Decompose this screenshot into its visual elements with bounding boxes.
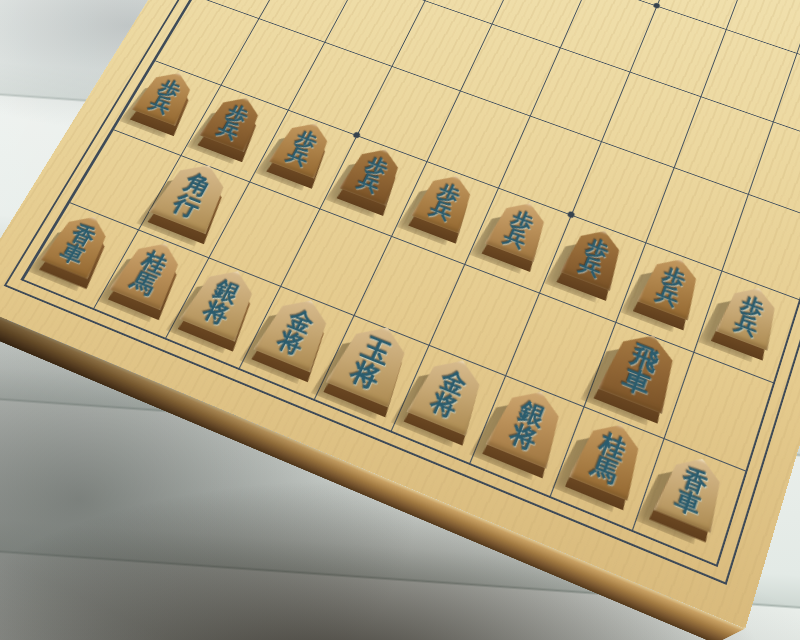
piece-kanji: 兵	[215, 119, 243, 143]
piece-kanji: 将	[200, 298, 233, 328]
piece-knight-2i: 桂馬	[567, 417, 648, 504]
piece-gold-6i: 金将	[255, 295, 340, 377]
piece-kanji: 車	[672, 487, 704, 519]
piece-kanji: 馬	[588, 454, 621, 487]
piece-lance-9i: 香車	[43, 213, 120, 284]
piece-kanji: 兵	[427, 198, 455, 223]
board-pieces-layer: 歩兵歩兵歩兵歩兵歩兵歩兵歩兵歩兵歩兵角行飛車香車桂馬銀将金将玉将金将銀将桂馬香車	[22, 0, 800, 561]
piece-kanji: 将	[347, 358, 384, 393]
piece-kanji: 兵	[501, 226, 529, 252]
piece-pawn-9g: 歩兵	[134, 72, 203, 133]
board-perspective-wrapper: 歩兵歩兵歩兵歩兵歩兵歩兵歩兵歩兵歩兵角行飛車香車桂馬銀将金将玉将金将銀将桂馬香車	[0, 0, 800, 640]
piece-kanji: 兵	[284, 145, 312, 169]
piece-kanji: 将	[427, 390, 460, 422]
piece-rook-2h: 飛車	[595, 328, 682, 418]
piece-kanji: 馬	[127, 269, 160, 298]
piece-lance-1i: 香車	[651, 451, 727, 536]
piece-silver-7i: 銀将	[182, 266, 267, 347]
piece-bishop-8h: 角行	[151, 161, 238, 240]
piece-pawn-3g: 歩兵	[558, 228, 627, 296]
shogi-board: 歩兵歩兵歩兵歩兵歩兵歩兵歩兵歩兵歩兵角行飛車香車桂馬銀将金将玉将金将銀将桂馬香車	[0, 0, 800, 629]
piece-pawn-7g: 歩兵	[269, 122, 338, 185]
piece-kanji: 兵	[653, 283, 681, 310]
piece-kanji: 兵	[732, 312, 760, 339]
piece-king-5i: 玉将	[326, 320, 418, 411]
piece-kanji: 兵	[576, 254, 604, 280]
piece-kanji: 兵	[355, 171, 383, 196]
board-surface: 歩兵歩兵歩兵歩兵歩兵歩兵歩兵歩兵歩兵角行飛車香車桂馬銀将金将玉将金将銀将桂馬香車	[0, 0, 800, 629]
piece-pawn-1g: 歩兵	[712, 284, 780, 355]
piece-knight-8i: 桂馬	[112, 239, 193, 315]
piece-kanji: 将	[507, 422, 540, 454]
piece-pawn-4g: 歩兵	[484, 200, 553, 267]
piece-kanji: 兵	[146, 93, 174, 116]
piece-kanji: 車	[619, 366, 653, 400]
piece-pawn-2g: 歩兵	[635, 255, 703, 325]
shogi-photo-scene: 歩兵歩兵歩兵歩兵歩兵歩兵歩兵歩兵歩兵角行飛車香車桂馬銀将金将玉将金将銀将桂馬香車	[0, 0, 800, 640]
piece-kanji: 将	[274, 328, 307, 358]
piece-pawn-8g: 歩兵	[201, 96, 270, 158]
piece-silver-3i: 銀将	[485, 385, 570, 473]
piece-pawn-6g: 歩兵	[339, 147, 408, 211]
piece-pawn-5g: 歩兵	[411, 174, 480, 240]
piece-kanji: 車	[57, 241, 88, 268]
piece-kanji: 行	[169, 192, 203, 222]
piece-gold-4i: 金将	[406, 354, 491, 440]
